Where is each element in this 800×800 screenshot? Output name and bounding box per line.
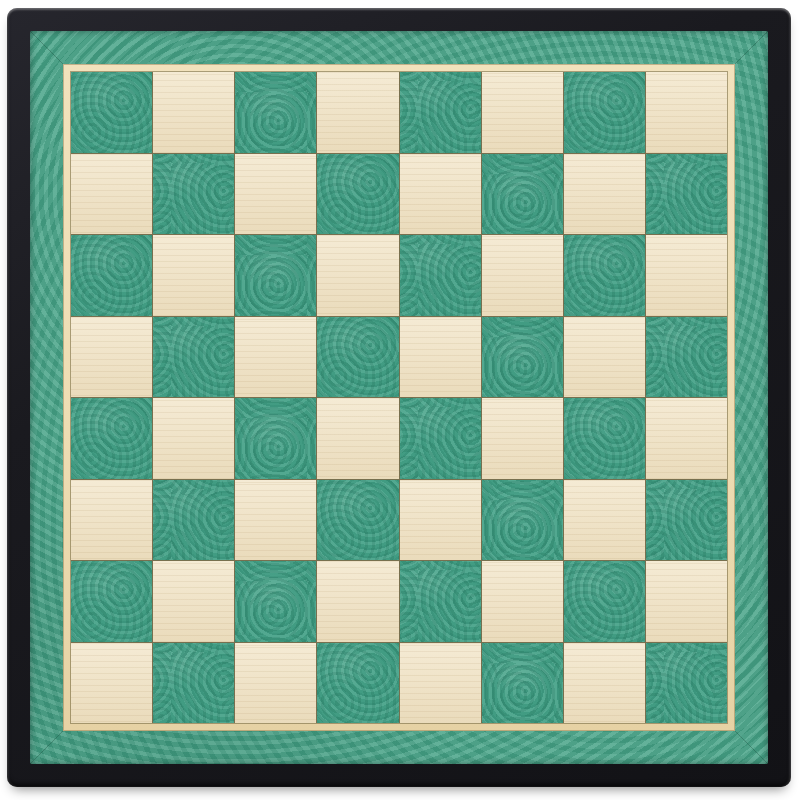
square-a6[interactable] xyxy=(71,235,152,316)
chessboard-photo xyxy=(0,0,800,800)
square-g5[interactable] xyxy=(564,317,645,398)
square-h6[interactable] xyxy=(646,235,727,316)
square-f1[interactable] xyxy=(482,643,563,724)
square-b6[interactable] xyxy=(153,235,234,316)
square-c2[interactable] xyxy=(235,561,316,642)
square-c8[interactable] xyxy=(235,72,316,153)
square-h3[interactable] xyxy=(646,480,727,561)
square-a7[interactable] xyxy=(71,154,152,235)
miter-seam-bottom-left xyxy=(30,731,63,764)
square-a5[interactable] xyxy=(71,317,152,398)
square-c5[interactable] xyxy=(235,317,316,398)
square-g4[interactable] xyxy=(564,398,645,479)
square-g3[interactable] xyxy=(564,480,645,561)
square-e3[interactable] xyxy=(400,480,481,561)
square-d6[interactable] xyxy=(317,235,398,316)
square-e4[interactable] xyxy=(400,398,481,479)
square-h5[interactable] xyxy=(646,317,727,398)
square-b1[interactable] xyxy=(153,643,234,724)
board-frame xyxy=(7,8,791,787)
square-d1[interactable] xyxy=(317,643,398,724)
square-d3[interactable] xyxy=(317,480,398,561)
square-f4[interactable] xyxy=(482,398,563,479)
square-f7[interactable] xyxy=(482,154,563,235)
square-d7[interactable] xyxy=(317,154,398,235)
square-g7[interactable] xyxy=(564,154,645,235)
square-h8[interactable] xyxy=(646,72,727,153)
square-a3[interactable] xyxy=(71,480,152,561)
square-f3[interactable] xyxy=(482,480,563,561)
square-a1[interactable] xyxy=(71,643,152,724)
square-e6[interactable] xyxy=(400,235,481,316)
square-d8[interactable] xyxy=(317,72,398,153)
square-g2[interactable] xyxy=(564,561,645,642)
square-f6[interactable] xyxy=(482,235,563,316)
square-g1[interactable] xyxy=(564,643,645,724)
square-b8[interactable] xyxy=(153,72,234,153)
square-a8[interactable] xyxy=(71,72,152,153)
square-e7[interactable] xyxy=(400,154,481,235)
square-c4[interactable] xyxy=(235,398,316,479)
chessboard xyxy=(71,72,727,723)
square-c6[interactable] xyxy=(235,235,316,316)
square-e1[interactable] xyxy=(400,643,481,724)
square-b5[interactable] xyxy=(153,317,234,398)
square-e2[interactable] xyxy=(400,561,481,642)
square-b2[interactable] xyxy=(153,561,234,642)
board-border xyxy=(30,31,768,764)
square-h4[interactable] xyxy=(646,398,727,479)
miter-seam-bottom-right xyxy=(735,731,768,764)
square-h2[interactable] xyxy=(646,561,727,642)
square-c3[interactable] xyxy=(235,480,316,561)
square-f5[interactable] xyxy=(482,317,563,398)
square-b7[interactable] xyxy=(153,154,234,235)
square-g6[interactable] xyxy=(564,235,645,316)
square-b3[interactable] xyxy=(153,480,234,561)
square-g8[interactable] xyxy=(564,72,645,153)
square-a2[interactable] xyxy=(71,561,152,642)
square-e5[interactable] xyxy=(400,317,481,398)
square-d5[interactable] xyxy=(317,317,398,398)
square-f2[interactable] xyxy=(482,561,563,642)
square-a4[interactable] xyxy=(71,398,152,479)
square-e8[interactable] xyxy=(400,72,481,153)
square-d2[interactable] xyxy=(317,561,398,642)
square-f8[interactable] xyxy=(482,72,563,153)
square-h7[interactable] xyxy=(646,154,727,235)
square-c7[interactable] xyxy=(235,154,316,235)
border-inlay-line xyxy=(63,64,735,731)
square-d4[interactable] xyxy=(317,398,398,479)
miter-seam-top-right xyxy=(735,31,768,64)
miter-seam-top-left xyxy=(30,31,63,64)
square-c1[interactable] xyxy=(235,643,316,724)
square-b4[interactable] xyxy=(153,398,234,479)
square-h1[interactable] xyxy=(646,643,727,724)
